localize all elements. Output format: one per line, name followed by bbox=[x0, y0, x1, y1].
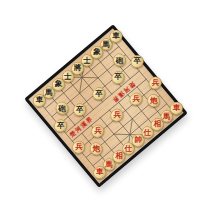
piece-glyph: 象 bbox=[55, 81, 63, 89]
piece-glyph: 士 bbox=[83, 57, 91, 65]
piece-glyph: 象 bbox=[93, 49, 101, 57]
piece-glyph: 馬 bbox=[106, 161, 114, 169]
piece-glyph: 車 bbox=[173, 105, 181, 113]
piece-glyph: 仕 bbox=[125, 145, 133, 153]
piece-glyph: 卒 bbox=[133, 58, 141, 66]
piece-glyph: 將 bbox=[74, 65, 81, 73]
piece-glyph: 兵 bbox=[151, 80, 159, 88]
piece-glyph: 兵 bbox=[75, 144, 83, 152]
piece-black-soldier[interactable]: 卒 bbox=[109, 69, 127, 87]
piece-black-cannon[interactable]: 砲 bbox=[111, 51, 129, 69]
piece-glyph: 仕 bbox=[144, 129, 152, 137]
piece-glyph: 卒 bbox=[57, 122, 65, 130]
piece-black-cannon[interactable]: 砲 bbox=[53, 99, 71, 117]
piece-red-cannon[interactable]: 炮 bbox=[87, 140, 105, 158]
piece-red-soldier[interactable]: 兵 bbox=[146, 74, 164, 92]
piece-glyph: 相 bbox=[115, 153, 123, 161]
xiangqi-board: 楚河漢界 楚河漢界 車馬象士將士象馬車砲砲卒卒卒卒卒兵兵兵兵兵炮炮車馬相仕帥仕相… bbox=[24, 24, 187, 187]
piece-black-soldier[interactable]: 卒 bbox=[71, 101, 89, 119]
piece-glyph: 炮 bbox=[92, 145, 100, 153]
piece-black-soldier[interactable]: 卒 bbox=[128, 53, 146, 71]
piece-red-soldier[interactable]: 兵 bbox=[70, 139, 88, 157]
piece-glyph: 車 bbox=[112, 33, 120, 41]
piece-glyph: 兵 bbox=[94, 128, 102, 136]
photo-background: 楚河漢界 楚河漢界 車馬象士將士象馬車砲砲卒卒卒卒卒兵兵兵兵兵炮炮車馬相仕帥仕相… bbox=[0, 0, 213, 213]
piece-glyph: 帥 bbox=[134, 137, 142, 145]
piece-glyph: 卒 bbox=[95, 90, 103, 98]
piece-glyph: 士 bbox=[64, 73, 72, 81]
piece-glyph: 砲 bbox=[58, 105, 66, 113]
piece-glyph: 車 bbox=[96, 169, 104, 177]
piece-glyph: 卒 bbox=[114, 74, 122, 82]
piece-glyph: 馬 bbox=[102, 41, 110, 49]
piece-glyph: 兵 bbox=[113, 112, 121, 120]
piece-red-soldier[interactable]: 兵 bbox=[108, 107, 126, 125]
board-surface[interactable]: 楚河漢界 楚河漢界 車馬象士將士象馬車砲砲卒卒卒卒卒兵兵兵兵兵炮炮車馬相仕帥仕相… bbox=[24, 24, 187, 187]
piece-glyph: 相 bbox=[153, 121, 161, 128]
piece-glyph: 炮 bbox=[150, 97, 158, 105]
piece-black-soldier[interactable]: 卒 bbox=[90, 85, 108, 103]
piece-red-soldier[interactable]: 兵 bbox=[89, 123, 107, 141]
piece-layer: 車馬象士將士象馬車砲砲卒卒卒卒卒兵兵兵兵兵炮炮車馬相仕帥仕相馬車 bbox=[30, 30, 181, 181]
piece-glyph: 馬 bbox=[163, 113, 171, 121]
piece-glyph: 卒 bbox=[76, 106, 84, 114]
piece-glyph: 兵 bbox=[132, 96, 140, 104]
piece-red-soldier[interactable]: 兵 bbox=[127, 91, 145, 109]
piece-red-cannon[interactable]: 炮 bbox=[145, 92, 163, 110]
piece-glyph: 砲 bbox=[116, 56, 124, 64]
piece-glyph: 車 bbox=[35, 97, 43, 105]
piece-glyph: 馬 bbox=[45, 89, 53, 97]
piece-black-soldier[interactable]: 卒 bbox=[52, 117, 70, 135]
